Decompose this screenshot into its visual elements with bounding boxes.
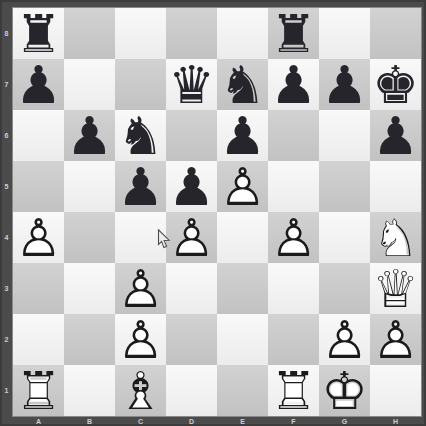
piece-black-rook[interactable]: ♜ bbox=[13, 8, 64, 59]
rank-label-3: 3 bbox=[0, 263, 13, 314]
piece-white-pawn[interactable]: ♟♙ bbox=[115, 263, 166, 314]
piece-white-pawn[interactable]: ♟♙ bbox=[13, 212, 64, 263]
rank-label-2: 2 bbox=[0, 314, 13, 365]
piece-glyph-outline: ♙ bbox=[370, 314, 421, 365]
square-e7[interactable]: ♞ bbox=[217, 59, 268, 110]
square-e4[interactable] bbox=[217, 212, 268, 263]
square-h5[interactable] bbox=[370, 161, 421, 212]
file-labels: ABCDEFGH bbox=[13, 416, 421, 426]
rank-label-7: 7 bbox=[0, 59, 13, 110]
file-label-a: A bbox=[13, 416, 64, 426]
piece-glyph-fill: ♜ bbox=[13, 8, 64, 59]
square-c3[interactable]: ♟♙ bbox=[115, 263, 166, 314]
square-h3[interactable]: ♛♕ bbox=[370, 263, 421, 314]
square-e6[interactable]: ♟ bbox=[217, 110, 268, 161]
piece-white-rook[interactable]: ♜♖ bbox=[13, 365, 64, 416]
piece-glyph-outline: ♙ bbox=[115, 263, 166, 314]
chess-board-frame: 87654321 ♜♜♟♛♞♟♟♚♟♞♟♟♟♟♟♙♟♙♟♙♟♙♞♘♟♙♛♕♟♙♟… bbox=[0, 0, 426, 426]
file-label-b: B bbox=[64, 416, 115, 426]
piece-white-rook[interactable]: ♜♖ bbox=[268, 365, 319, 416]
piece-black-pawn[interactable]: ♟ bbox=[217, 110, 268, 161]
piece-glyph-fill: ♞ bbox=[115, 110, 166, 161]
piece-glyph-fill: ♟ bbox=[370, 110, 421, 161]
square-f6[interactable] bbox=[268, 110, 319, 161]
square-g6[interactable] bbox=[319, 110, 370, 161]
piece-black-pawn[interactable]: ♟ bbox=[319, 59, 370, 110]
square-a8[interactable]: ♜ bbox=[13, 8, 64, 59]
square-g5[interactable] bbox=[319, 161, 370, 212]
square-d6[interactable] bbox=[166, 110, 217, 161]
square-a4[interactable]: ♟♙ bbox=[13, 212, 64, 263]
square-c8[interactable] bbox=[115, 8, 166, 59]
square-e3[interactable] bbox=[217, 263, 268, 314]
piece-black-pawn[interactable]: ♟ bbox=[268, 59, 319, 110]
square-b3[interactable] bbox=[64, 263, 115, 314]
square-d8[interactable] bbox=[166, 8, 217, 59]
square-b4[interactable] bbox=[64, 212, 115, 263]
piece-glyph-outline: ♖ bbox=[13, 365, 64, 416]
square-f8[interactable]: ♜ bbox=[268, 8, 319, 59]
piece-glyph-outline: ♙ bbox=[13, 212, 64, 263]
square-h8[interactable] bbox=[370, 8, 421, 59]
square-b6[interactable]: ♟ bbox=[64, 110, 115, 161]
piece-glyph-fill: ♞ bbox=[217, 59, 268, 110]
piece-black-knight[interactable]: ♞ bbox=[115, 110, 166, 161]
piece-glyph-outline: ♕ bbox=[370, 263, 421, 314]
piece-black-pawn[interactable]: ♟ bbox=[115, 161, 166, 212]
piece-glyph-outline: ♙ bbox=[115, 314, 166, 365]
file-label-c: C bbox=[115, 416, 166, 426]
file-label-f: F bbox=[268, 416, 319, 426]
square-f5[interactable] bbox=[268, 161, 319, 212]
rank-label-6: 6 bbox=[0, 110, 13, 161]
piece-glyph-outline: ♔ bbox=[319, 365, 370, 416]
square-f2[interactable] bbox=[268, 314, 319, 365]
rank-label-5: 5 bbox=[0, 161, 13, 212]
square-e8[interactable] bbox=[217, 8, 268, 59]
piece-white-queen[interactable]: ♛♕ bbox=[370, 263, 421, 314]
file-label-d: D bbox=[166, 416, 217, 426]
piece-glyph-outline: ♖ bbox=[268, 365, 319, 416]
piece-white-pawn[interactable]: ♟♙ bbox=[217, 161, 268, 212]
piece-white-king[interactable]: ♚♔ bbox=[319, 365, 370, 416]
square-g2[interactable]: ♟♙ bbox=[319, 314, 370, 365]
piece-glyph-outline: ♗ bbox=[115, 365, 166, 416]
rank-label-1: 1 bbox=[0, 365, 13, 416]
piece-glyph-outline: ♙ bbox=[319, 314, 370, 365]
piece-white-bishop[interactable]: ♝♗ bbox=[115, 365, 166, 416]
piece-glyph-outline: ♘ bbox=[370, 212, 421, 263]
square-d1[interactable] bbox=[166, 365, 217, 416]
piece-glyph-fill: ♟ bbox=[64, 110, 115, 161]
piece-black-king[interactable]: ♚ bbox=[370, 59, 421, 110]
piece-white-knight[interactable]: ♞♘ bbox=[370, 212, 421, 263]
square-d7[interactable]: ♛ bbox=[166, 59, 217, 110]
square-a2[interactable] bbox=[13, 314, 64, 365]
square-b2[interactable] bbox=[64, 314, 115, 365]
piece-glyph-fill: ♛ bbox=[166, 59, 217, 110]
square-c4[interactable] bbox=[115, 212, 166, 263]
piece-black-pawn[interactable]: ♟ bbox=[370, 110, 421, 161]
piece-glyph-fill: ♟ bbox=[319, 59, 370, 110]
square-g4[interactable] bbox=[319, 212, 370, 263]
square-d2[interactable] bbox=[166, 314, 217, 365]
piece-black-pawn[interactable]: ♟ bbox=[166, 161, 217, 212]
square-h2[interactable]: ♟♙ bbox=[370, 314, 421, 365]
piece-glyph-fill: ♟ bbox=[13, 59, 64, 110]
piece-glyph-fill: ♟ bbox=[115, 161, 166, 212]
square-c7[interactable] bbox=[115, 59, 166, 110]
square-b7[interactable] bbox=[64, 59, 115, 110]
piece-glyph-outline: ♙ bbox=[217, 161, 268, 212]
square-h1[interactable] bbox=[370, 365, 421, 416]
square-e1[interactable] bbox=[217, 365, 268, 416]
piece-white-pawn[interactable]: ♟♙ bbox=[268, 212, 319, 263]
chess-board[interactable]: ♜♜♟♛♞♟♟♚♟♞♟♟♟♟♟♙♟♙♟♙♟♙♞♘♟♙♛♕♟♙♟♙♟♙♜♖♝♗♜♖… bbox=[13, 8, 421, 416]
square-h7[interactable]: ♚ bbox=[370, 59, 421, 110]
square-h6[interactable]: ♟ bbox=[370, 110, 421, 161]
piece-black-queen[interactable]: ♛ bbox=[166, 59, 217, 110]
square-d3[interactable] bbox=[166, 263, 217, 314]
square-a5[interactable] bbox=[13, 161, 64, 212]
square-g7[interactable]: ♟ bbox=[319, 59, 370, 110]
piece-black-pawn[interactable]: ♟ bbox=[64, 110, 115, 161]
square-a1[interactable]: ♜♖ bbox=[13, 365, 64, 416]
piece-black-rook[interactable]: ♜ bbox=[268, 8, 319, 59]
piece-glyph-outline: ♙ bbox=[166, 212, 217, 263]
piece-glyph-fill: ♟ bbox=[217, 110, 268, 161]
piece-black-pawn[interactable]: ♟ bbox=[13, 59, 64, 110]
square-f1[interactable]: ♜♖ bbox=[268, 365, 319, 416]
square-e5[interactable]: ♟♙ bbox=[217, 161, 268, 212]
piece-glyph-fill: ♟ bbox=[268, 59, 319, 110]
square-f7[interactable]: ♟ bbox=[268, 59, 319, 110]
piece-white-pawn[interactable]: ♟♙ bbox=[370, 314, 421, 365]
rank-label-8: 8 bbox=[0, 8, 13, 59]
square-f4[interactable]: ♟♙ bbox=[268, 212, 319, 263]
square-g8[interactable] bbox=[319, 8, 370, 59]
square-g1[interactable]: ♚♔ bbox=[319, 365, 370, 416]
square-a7[interactable]: ♟ bbox=[13, 59, 64, 110]
square-c1[interactable]: ♝♗ bbox=[115, 365, 166, 416]
square-d4[interactable]: ♟♙ bbox=[166, 212, 217, 263]
piece-white-pawn[interactable]: ♟♙ bbox=[319, 314, 370, 365]
square-b1[interactable] bbox=[64, 365, 115, 416]
rank-labels: 87654321 bbox=[0, 8, 13, 416]
piece-glyph-fill: ♚ bbox=[370, 59, 421, 110]
square-a3[interactable] bbox=[13, 263, 64, 314]
file-label-g: G bbox=[319, 416, 370, 426]
square-c2[interactable]: ♟♙ bbox=[115, 314, 166, 365]
square-c6[interactable]: ♞ bbox=[115, 110, 166, 161]
piece-glyph-outline: ♙ bbox=[268, 212, 319, 263]
square-f3[interactable] bbox=[268, 263, 319, 314]
square-d5[interactable]: ♟ bbox=[166, 161, 217, 212]
piece-white-pawn[interactable]: ♟♙ bbox=[115, 314, 166, 365]
square-a6[interactable] bbox=[13, 110, 64, 161]
square-c5[interactable]: ♟ bbox=[115, 161, 166, 212]
square-g3[interactable] bbox=[319, 263, 370, 314]
file-label-h: H bbox=[370, 416, 421, 426]
file-label-e: E bbox=[217, 416, 268, 426]
square-e2[interactable] bbox=[217, 314, 268, 365]
piece-glyph-fill: ♜ bbox=[268, 8, 319, 59]
piece-white-pawn[interactable]: ♟♙ bbox=[166, 212, 217, 263]
square-b5[interactable] bbox=[64, 161, 115, 212]
square-h4[interactable]: ♞♘ bbox=[370, 212, 421, 263]
square-b8[interactable] bbox=[64, 8, 115, 59]
piece-black-knight[interactable]: ♞ bbox=[217, 59, 268, 110]
rank-label-4: 4 bbox=[0, 212, 13, 263]
piece-glyph-fill: ♟ bbox=[166, 161, 217, 212]
